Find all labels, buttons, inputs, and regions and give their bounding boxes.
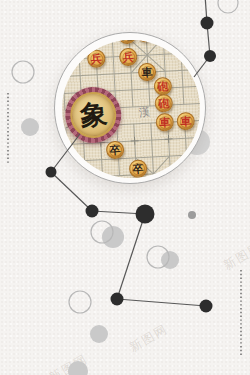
xiangqi-board-photo: 漢 炮馬兵兵車砲砲車車卒卒 象 [62,40,200,178]
xiangqi-photo-circle: 漢 炮馬兵兵車砲砲車車卒卒 象 [54,32,206,184]
photo-vignette [62,40,200,178]
